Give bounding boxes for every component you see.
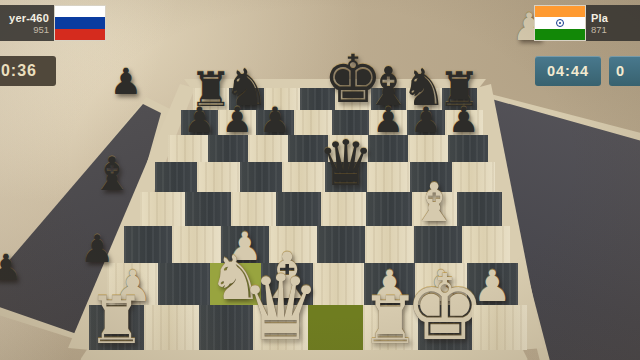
- piece-white-pawn-a2[interactable]: ♟: [113, 265, 152, 308]
- square-h5[interactable]: [452, 162, 495, 192]
- square-a7[interactable]: ♟: [181, 110, 219, 135]
- square-a5[interactable]: [155, 162, 198, 192]
- clock-left: 00:36: [0, 56, 56, 86]
- square-b1[interactable]: [144, 305, 199, 350]
- square-h3[interactable]: [462, 226, 510, 263]
- square-a2[interactable]: ♟: [107, 263, 158, 305]
- player-right-name: Pla: [591, 12, 608, 24]
- square-e8[interactable]: ♚: [335, 88, 371, 110]
- square-b5[interactable]: [197, 162, 240, 192]
- square-f5[interactable]: [367, 162, 410, 192]
- square-d6[interactable]: [288, 135, 328, 162]
- square-c2[interactable]: ♞: [210, 263, 261, 305]
- player-left-info: yer-460 951: [0, 5, 54, 41]
- square-b7[interactable]: ♟: [218, 110, 256, 135]
- square-f4[interactable]: [366, 192, 411, 226]
- square-e5[interactable]: ♛: [325, 162, 368, 192]
- india-flag-icon: [534, 5, 586, 41]
- square-g1[interactable]: ♚: [418, 305, 473, 350]
- player-right-rating: 871: [591, 24, 607, 35]
- square-b6[interactable]: [208, 135, 248, 162]
- ashoka-chakra-icon: [556, 19, 564, 27]
- square-b4[interactable]: [185, 192, 230, 226]
- square-f6[interactable]: [368, 135, 408, 162]
- square-e6[interactable]: [328, 135, 368, 162]
- square-c7[interactable]: ♟: [256, 110, 294, 135]
- board-rank-7: ♟♟♟♟♟♟: [181, 110, 483, 135]
- game-screen: ♜♞♚♝♞♜♟♟♟♟♟♟♛♝♟♟♞♝♟♟♟♜♛♜♚ ♟♝♟♟♟♟♟ yer-46…: [0, 0, 640, 360]
- square-d4[interactable]: [276, 192, 321, 226]
- square-c8[interactable]: [264, 88, 300, 110]
- square-e3[interactable]: [317, 226, 365, 263]
- square-c6[interactable]: [248, 135, 288, 162]
- board-rank-6: [168, 135, 488, 162]
- square-h4[interactable]: [457, 192, 502, 226]
- square-b8[interactable]: ♞: [229, 88, 265, 110]
- piece-white-pawn-h2[interactable]: ♟: [473, 265, 512, 308]
- clock-right: 04:44: [535, 56, 601, 86]
- player-panel-left: yer-460 951: [0, 5, 106, 41]
- square-a4[interactable]: [140, 192, 185, 226]
- player-panel-right: Pla 871: [534, 5, 640, 41]
- board-rank-5: ♛: [155, 162, 495, 192]
- board-rank-1: ♜♛♜♚: [89, 305, 527, 350]
- square-b2[interactable]: [158, 263, 209, 305]
- square-e7[interactable]: [332, 110, 370, 135]
- square-g8[interactable]: ♞: [406, 88, 442, 110]
- square-h6[interactable]: [448, 135, 488, 162]
- square-h8[interactable]: ♜: [442, 88, 478, 110]
- square-d3[interactable]: [269, 226, 317, 263]
- player-left-name: yer-460: [9, 12, 49, 24]
- square-f2[interactable]: ♟: [364, 263, 415, 305]
- square-d7[interactable]: [294, 110, 332, 135]
- square-a8[interactable]: ♜: [193, 88, 229, 110]
- piece-white-pawn-c3[interactable]: ♟: [227, 227, 262, 266]
- square-d5[interactable]: [282, 162, 325, 192]
- square-g3[interactable]: [414, 226, 462, 263]
- square-f1[interactable]: ♜: [363, 305, 418, 350]
- square-g2[interactable]: ♟: [415, 263, 466, 305]
- square-f7[interactable]: ♟: [369, 110, 407, 135]
- square-e4[interactable]: [321, 192, 366, 226]
- square-h2[interactable]: ♟: [467, 263, 518, 305]
- square-c3[interactable]: ♟: [221, 226, 269, 263]
- square-a1[interactable]: ♜: [89, 305, 144, 350]
- board-rank-4: ♝: [140, 192, 502, 226]
- square-h1[interactable]: [472, 305, 527, 350]
- square-d8[interactable]: [300, 88, 336, 110]
- square-a3[interactable]: [124, 226, 172, 263]
- square-b3[interactable]: [172, 226, 220, 263]
- piece-white-pawn-f2[interactable]: ♟: [370, 265, 409, 308]
- square-h7[interactable]: ♟: [445, 110, 483, 135]
- square-c1[interactable]: [199, 305, 254, 350]
- board-rank-2: ♟♞♝♟♟♟: [107, 263, 518, 305]
- square-g6[interactable]: [408, 135, 448, 162]
- russia-flag-icon: [54, 5, 106, 41]
- square-c5[interactable]: [240, 162, 283, 192]
- player-left-rating: 951: [33, 24, 49, 35]
- square-g7[interactable]: ♟: [407, 110, 445, 135]
- square-c4[interactable]: [231, 192, 276, 226]
- square-e1[interactable]: [308, 305, 363, 350]
- square-f8[interactable]: ♝: [371, 88, 407, 110]
- board-rank-3: ♟: [124, 226, 510, 263]
- board-rank-8: ♜♞♚♝♞♜: [193, 88, 477, 110]
- square-a6[interactable]: [168, 135, 208, 162]
- square-d2[interactable]: ♝: [261, 263, 312, 305]
- piece-white-pawn-g2[interactable]: ♟: [422, 265, 461, 308]
- square-g4[interactable]: ♝: [412, 192, 457, 226]
- clock-right-secondary: 0: [609, 56, 640, 86]
- square-f3[interactable]: [365, 226, 413, 263]
- player-right-info: Pla 871: [586, 5, 640, 41]
- square-g5[interactable]: [410, 162, 453, 192]
- square-d1[interactable]: ♛: [253, 305, 308, 350]
- square-e2[interactable]: [313, 263, 364, 305]
